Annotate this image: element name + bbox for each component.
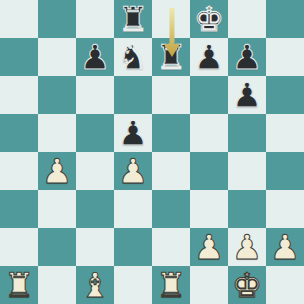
piece-white-rook[interactable]: ♜ [156, 266, 186, 304]
square-f8[interactable]: ♚ [190, 0, 228, 38]
piece-black-knight[interactable]: ♞ [118, 38, 148, 76]
square-c3[interactable] [76, 190, 114, 228]
square-e2[interactable] [152, 228, 190, 266]
square-g6[interactable]: ♟ [228, 76, 266, 114]
square-c1[interactable]: ♝ [76, 266, 114, 304]
square-c6[interactable] [76, 76, 114, 114]
piece-white-rook[interactable]: ♜ [4, 266, 34, 304]
square-d8[interactable]: ♜ [114, 0, 152, 38]
square-b7[interactable] [38, 38, 76, 76]
piece-white-pawn[interactable]: ♟ [194, 228, 224, 266]
square-f5[interactable] [190, 114, 228, 152]
square-b2[interactable] [38, 228, 76, 266]
square-c5[interactable] [76, 114, 114, 152]
square-a3[interactable] [0, 190, 38, 228]
square-e7[interactable]: ♜ [152, 38, 190, 76]
piece-white-pawn[interactable]: ♟ [42, 152, 72, 190]
square-b4[interactable]: ♟ [38, 152, 76, 190]
square-b5[interactable] [38, 114, 76, 152]
square-h2[interactable]: ♟ [266, 228, 304, 266]
square-g8[interactable] [228, 0, 266, 38]
square-f1[interactable] [190, 266, 228, 304]
square-f6[interactable] [190, 76, 228, 114]
piece-white-bishop[interactable]: ♝ [80, 266, 110, 304]
square-d6[interactable] [114, 76, 152, 114]
square-d5[interactable]: ♟ [114, 114, 152, 152]
square-a6[interactable] [0, 76, 38, 114]
square-d2[interactable] [114, 228, 152, 266]
square-d7[interactable]: ♞ [114, 38, 152, 76]
square-a1[interactable]: ♜ [0, 266, 38, 304]
square-f7[interactable]: ♟ [190, 38, 228, 76]
piece-black-pawn[interactable]: ♟ [232, 76, 262, 114]
chess-board-container: ♜♚♟♞♜♟♟♟♟♟♟♟♟♟♜♝♜♚ [0, 0, 304, 304]
square-e4[interactable] [152, 152, 190, 190]
square-a7[interactable] [0, 38, 38, 76]
square-e5[interactable] [152, 114, 190, 152]
piece-black-king[interactable]: ♚ [194, 0, 224, 38]
piece-black-rook[interactable]: ♜ [118, 0, 148, 38]
piece-black-pawn[interactable]: ♟ [232, 38, 262, 76]
square-b1[interactable] [38, 266, 76, 304]
square-g4[interactable] [228, 152, 266, 190]
square-c8[interactable] [76, 0, 114, 38]
square-g7[interactable]: ♟ [228, 38, 266, 76]
square-h4[interactable] [266, 152, 304, 190]
square-a8[interactable] [0, 0, 38, 38]
piece-black-pawn[interactable]: ♟ [194, 38, 224, 76]
square-d1[interactable] [114, 266, 152, 304]
square-h8[interactable] [266, 0, 304, 38]
square-c7[interactable]: ♟ [76, 38, 114, 76]
square-e8[interactable] [152, 0, 190, 38]
square-h1[interactable] [266, 266, 304, 304]
square-a4[interactable] [0, 152, 38, 190]
square-g3[interactable] [228, 190, 266, 228]
square-g2[interactable]: ♟ [228, 228, 266, 266]
piece-white-king[interactable]: ♚ [232, 266, 262, 304]
square-e3[interactable] [152, 190, 190, 228]
square-h7[interactable] [266, 38, 304, 76]
square-d3[interactable] [114, 190, 152, 228]
square-a2[interactable] [0, 228, 38, 266]
piece-black-rook[interactable]: ♜ [156, 38, 186, 76]
square-g1[interactable]: ♚ [228, 266, 266, 304]
chess-board: ♜♚♟♞♜♟♟♟♟♟♟♟♟♟♜♝♜♚ [0, 0, 304, 304]
piece-black-pawn[interactable]: ♟ [80, 38, 110, 76]
square-h3[interactable] [266, 190, 304, 228]
square-f4[interactable] [190, 152, 228, 190]
piece-black-pawn[interactable]: ♟ [118, 114, 148, 152]
piece-white-pawn[interactable]: ♟ [118, 152, 148, 190]
piece-white-pawn[interactable]: ♟ [270, 228, 300, 266]
square-b6[interactable] [38, 76, 76, 114]
square-f3[interactable] [190, 190, 228, 228]
square-e1[interactable]: ♜ [152, 266, 190, 304]
square-c4[interactable] [76, 152, 114, 190]
square-h5[interactable] [266, 114, 304, 152]
square-a5[interactable] [0, 114, 38, 152]
square-c2[interactable] [76, 228, 114, 266]
square-f2[interactable]: ♟ [190, 228, 228, 266]
square-g5[interactable] [228, 114, 266, 152]
piece-white-pawn[interactable]: ♟ [232, 228, 262, 266]
square-d4[interactable]: ♟ [114, 152, 152, 190]
square-b3[interactable] [38, 190, 76, 228]
square-h6[interactable] [266, 76, 304, 114]
square-e6[interactable] [152, 76, 190, 114]
square-b8[interactable] [38, 0, 76, 38]
